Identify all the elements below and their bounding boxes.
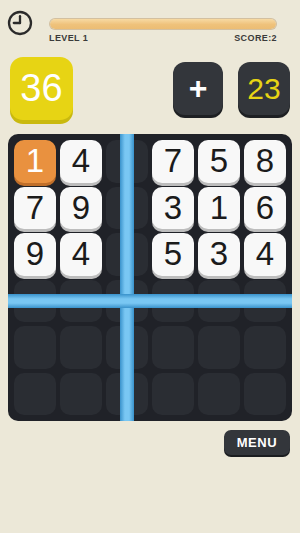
board-number-tile[interactable]: 7: [14, 187, 56, 230]
board-number-tile[interactable]: 7: [152, 140, 194, 183]
board-number-tile[interactable]: 4: [244, 233, 286, 276]
board-cell-empty: [198, 326, 240, 369]
board-number-tile[interactable]: 3: [152, 187, 194, 230]
clock-icon: [7, 10, 33, 36]
score-label: SCORE:2: [234, 33, 277, 43]
board-number-tile[interactable]: 6: [244, 187, 286, 230]
menu-button[interactable]: MENU: [224, 430, 290, 455]
level-progress-fill: [50, 19, 276, 29]
board-number-tile[interactable]: 1: [14, 140, 56, 183]
board-number-tile[interactable]: 5: [198, 140, 240, 183]
game-board: 147587931694534: [8, 134, 292, 421]
highlighted-column-stripe: [120, 134, 134, 421]
level-progress-bar: [49, 18, 277, 30]
board-number-tile[interactable]: 9: [14, 233, 56, 276]
board-cell-empty: [14, 373, 56, 416]
board-grid: 147587931694534: [14, 140, 286, 415]
board-cell-empty: [244, 373, 286, 416]
board-number-tile[interactable]: 5: [152, 233, 194, 276]
board-number-tile[interactable]: 4: [60, 140, 102, 183]
level-label: LEVEL 1: [49, 33, 88, 43]
target-number-tile: 23: [238, 62, 290, 115]
board-number-tile[interactable]: 1: [198, 187, 240, 230]
board-cell-empty: [152, 373, 194, 416]
board-cell-empty: [60, 373, 102, 416]
board-number-tile[interactable]: 4: [60, 233, 102, 276]
plus-operator-tile: +: [173, 62, 223, 115]
board-cell-empty: [198, 373, 240, 416]
board-cell-empty: [244, 326, 286, 369]
board-number-tile[interactable]: 8: [244, 140, 286, 183]
highlighted-row-stripe: [8, 294, 292, 308]
board-number-tile[interactable]: 9: [60, 187, 102, 230]
board-cell-empty: [152, 326, 194, 369]
current-number-tile[interactable]: 36: [10, 57, 73, 120]
board-cell-empty: [60, 326, 102, 369]
board-number-tile[interactable]: 3: [198, 233, 240, 276]
board-cell-empty: [14, 326, 56, 369]
